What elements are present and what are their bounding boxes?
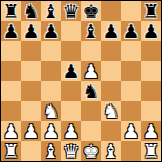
black-pawn[interactable]: ♟ [2,21,19,41]
white-king[interactable]: ♚ [82,141,99,161]
square-g2[interactable]: ♟ [121,121,141,141]
white-pawn[interactable]: ♟ [22,121,39,141]
square-c2[interactable]: ♟ [41,121,61,141]
square-h3[interactable] [141,101,161,121]
square-d8[interactable]: ♛ [61,1,81,21]
square-b5[interactable] [21,61,41,81]
black-queen[interactable]: ♛ [62,1,79,21]
black-pawn[interactable]: ♟ [42,21,59,41]
square-d6[interactable] [61,41,81,61]
square-a7[interactable]: ♟ [1,21,21,41]
square-e4[interactable]: ♞ [81,81,101,101]
white-pawn[interactable]: ♟ [62,121,79,141]
square-g7[interactable]: ♟ [121,21,141,41]
square-f4[interactable] [101,81,121,101]
square-a3[interactable] [1,101,21,121]
square-f3[interactable]: ♞ [101,101,121,121]
white-pawn[interactable]: ♟ [2,121,19,141]
square-e1[interactable]: ♚ [81,141,101,161]
black-pawn[interactable]: ♟ [22,21,39,41]
white-rook[interactable]: ♜ [142,141,159,161]
square-f7[interactable]: ♟ [101,21,121,41]
white-pawn[interactable]: ♟ [82,61,99,81]
square-d3[interactable] [61,101,81,121]
square-b2[interactable]: ♟ [21,121,41,141]
square-g3[interactable] [121,101,141,121]
black-bishop[interactable]: ♝ [82,21,99,41]
square-e5[interactable]: ♟ [81,61,101,81]
square-c1[interactable]: ♝ [41,141,61,161]
black-pawn[interactable]: ♟ [142,21,159,41]
black-rook[interactable]: ♜ [142,1,159,21]
white-knight[interactable]: ♞ [42,101,59,121]
black-pawn[interactable]: ♟ [62,61,79,81]
square-e8[interactable]: ♚ [81,1,101,21]
chess-board: ♜♞♝♛♚♜♟♟♟♝♟♟♟♟♟♞♞♞♟♟♟♟♟♟♜♝♛♚♝♜ [0,0,162,162]
square-c5[interactable] [41,61,61,81]
square-b8[interactable]: ♞ [21,1,41,21]
white-bishop[interactable]: ♝ [102,141,119,161]
square-h6[interactable] [141,41,161,61]
square-h7[interactable]: ♟ [141,21,161,41]
white-pawn[interactable]: ♟ [42,121,59,141]
white-pawn[interactable]: ♟ [122,121,139,141]
square-d7[interactable] [61,21,81,41]
square-h8[interactable]: ♜ [141,1,161,21]
square-a5[interactable] [1,61,21,81]
square-d2[interactable]: ♟ [61,121,81,141]
square-a4[interactable] [1,81,21,101]
square-g4[interactable] [121,81,141,101]
square-g5[interactable] [121,61,141,81]
black-bishop[interactable]: ♝ [42,1,59,21]
square-f6[interactable] [101,41,121,61]
square-a8[interactable]: ♜ [1,1,21,21]
square-h5[interactable] [141,61,161,81]
square-h2[interactable]: ♟ [141,121,161,141]
white-knight[interactable]: ♞ [102,101,119,121]
square-e3[interactable] [81,101,101,121]
square-b3[interactable] [21,101,41,121]
white-bishop[interactable]: ♝ [42,141,59,161]
square-d5[interactable]: ♟ [61,61,81,81]
square-f2[interactable] [101,121,121,141]
square-b1[interactable] [21,141,41,161]
square-b4[interactable] [21,81,41,101]
square-d1[interactable]: ♛ [61,141,81,161]
square-a6[interactable] [1,41,21,61]
square-e7[interactable]: ♝ [81,21,101,41]
square-f5[interactable] [101,61,121,81]
square-d4[interactable] [61,81,81,101]
black-knight[interactable]: ♞ [82,81,99,101]
white-pawn[interactable]: ♟ [142,121,159,141]
square-c4[interactable] [41,81,61,101]
white-queen[interactable]: ♛ [62,141,79,161]
square-c7[interactable]: ♟ [41,21,61,41]
square-c3[interactable]: ♞ [41,101,61,121]
black-rook[interactable]: ♜ [2,1,19,21]
square-a1[interactable]: ♜ [1,141,21,161]
square-c6[interactable] [41,41,61,61]
black-pawn[interactable]: ♟ [122,21,139,41]
square-h1[interactable]: ♜ [141,141,161,161]
square-h4[interactable] [141,81,161,101]
black-knight[interactable]: ♞ [22,1,39,21]
square-b6[interactable] [21,41,41,61]
chess-app: { "game": "chess", "position": { "fen": … [0,0,162,162]
square-c8[interactable]: ♝ [41,1,61,21]
square-f8[interactable] [101,1,121,21]
white-rook[interactable]: ♜ [2,141,19,161]
square-e6[interactable] [81,41,101,61]
square-a2[interactable]: ♟ [1,121,21,141]
black-king[interactable]: ♚ [82,1,99,21]
square-b7[interactable]: ♟ [21,21,41,41]
square-g6[interactable] [121,41,141,61]
square-g8[interactable] [121,1,141,21]
square-f1[interactable]: ♝ [101,141,121,161]
square-g1[interactable] [121,141,141,161]
black-pawn[interactable]: ♟ [102,21,119,41]
square-e2[interactable] [81,121,101,141]
